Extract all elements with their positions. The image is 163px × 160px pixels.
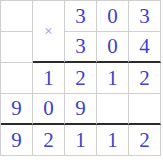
cell-r1c3: 3 [65,1,97,32]
cell-r3c1 [1,63,33,94]
cell-r2c5: 4 [129,32,161,63]
cell-r3c2: 1 [33,63,65,94]
cell-r5c4: 1 [97,125,129,156]
multiply-icon: × [33,1,65,63]
multiplication-grid: × 3 0 3 3 0 4 1 2 1 2 9 0 9 9 2 1 1 2 [0,0,161,156]
cell-r2c3: 3 [65,32,97,63]
cell-r4c1: 9 [1,94,33,125]
cell-r4c3: 9 [65,94,97,125]
cell-r2c1 [1,32,33,63]
cell-r1c4: 0 [97,1,129,32]
cell-r4c5 [129,94,161,125]
cell-r3c3: 2 [65,63,97,94]
cell-r3c4: 1 [97,63,129,94]
cell-r2c4: 0 [97,32,129,63]
cell-r1c5: 3 [129,1,161,32]
cell-r4c4 [97,94,129,125]
cell-r4c2: 0 [33,94,65,125]
cell-r5c3: 1 [65,125,97,156]
cell-r1c1 [1,1,33,32]
cell-r3c5: 2 [129,63,161,94]
cell-r5c5: 2 [129,125,161,156]
cell-r5c1: 9 [1,125,33,156]
cell-r5c2: 2 [33,125,65,156]
